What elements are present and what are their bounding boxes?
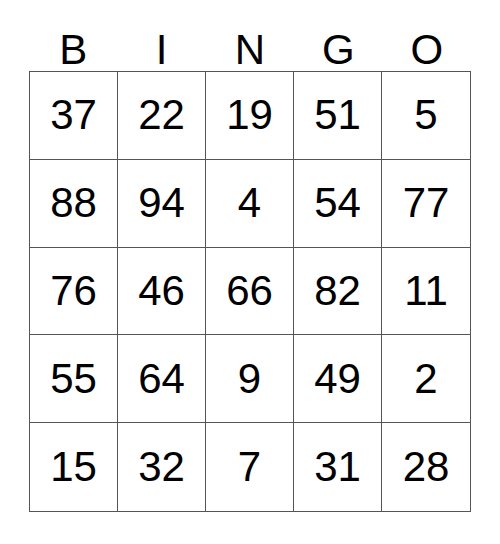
cell-n-row5[interactable]: 7 <box>206 423 294 511</box>
column-letter-o: O <box>383 0 471 71</box>
cell-i-row3[interactable]: 46 <box>118 248 206 336</box>
cell-n-row4[interactable]: 9 <box>206 335 294 423</box>
cell-g-row5[interactable]: 31 <box>294 423 382 511</box>
cell-g-row1[interactable]: 51 <box>294 72 382 160</box>
cell-o-row5[interactable]: 28 <box>382 423 470 511</box>
cell-o-row1[interactable]: 5 <box>382 72 470 160</box>
cell-i-row1[interactable]: 22 <box>118 72 206 160</box>
cell-g-row2[interactable]: 54 <box>294 160 382 248</box>
cell-b-row2[interactable]: 88 <box>30 160 118 248</box>
bingo-grid: 3722195158894454777646668211556494921532… <box>29 71 471 512</box>
cell-o-row4[interactable]: 2 <box>382 335 470 423</box>
cell-i-row5[interactable]: 32 <box>118 423 206 511</box>
column-letter-i: I <box>117 0 205 71</box>
cell-i-row2[interactable]: 94 <box>118 160 206 248</box>
cell-g-row3[interactable]: 82 <box>294 248 382 336</box>
column-letter-n: N <box>206 0 294 71</box>
cell-n-row2[interactable]: 4 <box>206 160 294 248</box>
cell-b-row3[interactable]: 76 <box>30 248 118 336</box>
cell-b-row5[interactable]: 15 <box>30 423 118 511</box>
column-letter-b: B <box>29 0 117 71</box>
cell-b-row4[interactable]: 55 <box>30 335 118 423</box>
cell-n-row1[interactable]: 19 <box>206 72 294 160</box>
bingo-card: BINGO 3722195158894454777646668211556494… <box>0 0 500 544</box>
cell-g-row4[interactable]: 49 <box>294 335 382 423</box>
bingo-header-row: BINGO <box>29 0 471 71</box>
column-letter-g: G <box>294 0 382 71</box>
cell-i-row4[interactable]: 64 <box>118 335 206 423</box>
cell-o-row3[interactable]: 11 <box>382 248 470 336</box>
cell-b-row1[interactable]: 37 <box>30 72 118 160</box>
cell-o-row2[interactable]: 77 <box>382 160 470 248</box>
cell-n-row3[interactable]: 66 <box>206 248 294 336</box>
